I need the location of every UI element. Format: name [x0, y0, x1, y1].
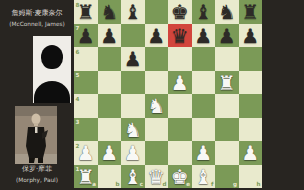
- piece-black-bishop[interactable]: ♝: [121, 0, 145, 24]
- square-f2[interactable]: ♟: [192, 141, 216, 165]
- square-a3[interactable]: 3: [74, 118, 98, 142]
- square-c1[interactable]: c♝: [121, 165, 145, 189]
- square-a1[interactable]: 1a♜: [74, 165, 98, 189]
- square-g8[interactable]: ♞: [215, 0, 239, 24]
- piece-black-knight[interactable]: ♞: [215, 0, 239, 24]
- rank-label-6: 6: [76, 49, 80, 55]
- file-label-g: g: [233, 181, 237, 187]
- square-h5[interactable]: [239, 71, 263, 95]
- square-h6[interactable]: [239, 47, 263, 71]
- square-f3[interactable]: [192, 118, 216, 142]
- square-b4[interactable]: [98, 94, 122, 118]
- square-c7[interactable]: [121, 24, 145, 48]
- square-a8[interactable]: 8♜: [74, 0, 98, 24]
- square-b8[interactable]: ♞: [98, 0, 122, 24]
- piece-white-queen[interactable]: ♛: [145, 165, 169, 189]
- piece-white-rook[interactable]: ♜: [215, 71, 239, 95]
- square-f5[interactable]: [192, 71, 216, 95]
- square-g4[interactable]: [215, 94, 239, 118]
- square-a2[interactable]: 2♟: [74, 141, 98, 165]
- square-g7[interactable]: ♟: [215, 24, 239, 48]
- square-f1[interactable]: f♝: [192, 165, 216, 189]
- square-a6[interactable]: 6: [74, 47, 98, 71]
- square-b3[interactable]: [98, 118, 122, 142]
- file-label-h: h: [257, 181, 261, 187]
- square-d6[interactable]: [145, 47, 169, 71]
- piece-white-bishop[interactable]: ♝: [192, 165, 216, 189]
- piece-black-rook[interactable]: ♜: [239, 0, 263, 24]
- morphy-portrait-image: [15, 106, 57, 164]
- square-f7[interactable]: ♟: [192, 24, 216, 48]
- square-h1[interactable]: h: [239, 165, 263, 189]
- app-window: 詹姆斯·麦康奈尔 (McConnell, James) 保罗·摩菲 (Morph…: [0, 0, 304, 190]
- square-a5[interactable]: 5: [74, 71, 98, 95]
- piece-black-pawn[interactable]: ♟: [145, 24, 169, 48]
- square-a7[interactable]: 7♟: [74, 24, 98, 48]
- piece-white-pawn[interactable]: ♟: [121, 141, 145, 165]
- square-h4[interactable]: [239, 94, 263, 118]
- piece-black-pawn[interactable]: ♟: [239, 24, 263, 48]
- file-label-b: b: [115, 181, 119, 187]
- piece-white-pawn[interactable]: ♟: [192, 141, 216, 165]
- square-d8[interactable]: [145, 0, 169, 24]
- square-c6[interactable]: ♟: [121, 47, 145, 71]
- piece-black-pawn[interactable]: ♟: [74, 24, 98, 48]
- avatar-silhouette-head-icon: [41, 45, 63, 69]
- player-panel: 詹姆斯·麦康奈尔 (McConnell, James) 保罗·摩菲 (Morph…: [0, 0, 74, 190]
- white-player-name-zh: 保罗·摩菲: [0, 165, 74, 174]
- piece-black-pawn[interactable]: ♟: [192, 24, 216, 48]
- square-e3[interactable]: [168, 118, 192, 142]
- square-d4[interactable]: ♞: [145, 94, 169, 118]
- square-e1[interactable]: e♚: [168, 165, 192, 189]
- rank-label-3: 3: [76, 119, 80, 125]
- piece-black-pawn[interactable]: ♟: [121, 47, 145, 71]
- square-h3[interactable]: [239, 118, 263, 142]
- square-d3[interactable]: [145, 118, 169, 142]
- square-g5[interactable]: ♜: [215, 71, 239, 95]
- square-d2[interactable]: [145, 141, 169, 165]
- piece-black-knight[interactable]: ♞: [98, 0, 122, 24]
- square-d5[interactable]: [145, 71, 169, 95]
- square-h7[interactable]: ♟: [239, 24, 263, 48]
- square-f6[interactable]: [192, 47, 216, 71]
- piece-white-king[interactable]: ♚: [168, 165, 192, 189]
- white-player-name-en: (Morphy, Paul): [3, 176, 71, 184]
- piece-black-pawn[interactable]: ♟: [215, 24, 239, 48]
- black-player-avatar: [33, 36, 71, 103]
- square-c8[interactable]: ♝: [121, 0, 145, 24]
- piece-black-king[interactable]: ♚: [168, 0, 192, 24]
- rank-label-4: 4: [76, 96, 80, 102]
- avatar-silhouette-shoulders-icon: [34, 81, 70, 103]
- rank-label-5: 5: [76, 72, 80, 78]
- square-d7[interactable]: ♟: [145, 24, 169, 48]
- chess-board[interactable]: 8♜♞♝♚♝♞♜7♟♟♟♛♟♟♟6♟5♟♜4♞3♞2♟♟♟♟♟1a♜bc♝d♛e…: [74, 0, 262, 188]
- piece-black-pawn[interactable]: ♟: [98, 24, 122, 48]
- piece-white-pawn[interactable]: ♟: [98, 141, 122, 165]
- square-d1[interactable]: d♛: [145, 165, 169, 189]
- square-g1[interactable]: g: [215, 165, 239, 189]
- piece-white-pawn[interactable]: ♟: [74, 141, 98, 165]
- white-player-photo: [15, 106, 57, 164]
- square-e4[interactable]: [168, 94, 192, 118]
- piece-black-queen[interactable]: ♛: [168, 24, 192, 48]
- square-c3[interactable]: ♞: [121, 118, 145, 142]
- square-g3[interactable]: [215, 118, 239, 142]
- square-c4[interactable]: [121, 94, 145, 118]
- square-h8[interactable]: ♜: [239, 0, 263, 24]
- square-g2[interactable]: [215, 141, 239, 165]
- piece-black-bishop[interactable]: ♝: [192, 0, 216, 24]
- square-b7[interactable]: ♟: [98, 24, 122, 48]
- piece-white-pawn[interactable]: ♟: [239, 141, 263, 165]
- square-b2[interactable]: ♟: [98, 141, 122, 165]
- square-h2[interactable]: ♟: [239, 141, 263, 165]
- piece-white-knight[interactable]: ♞: [145, 94, 169, 118]
- piece-white-bishop[interactable]: ♝: [121, 165, 145, 189]
- square-g6[interactable]: [215, 47, 239, 71]
- square-b5[interactable]: [98, 71, 122, 95]
- square-e6[interactable]: [168, 47, 192, 71]
- black-player-name-zh: 詹姆斯·麦康奈尔: [0, 9, 74, 18]
- square-b1[interactable]: b: [98, 165, 122, 189]
- piece-black-rook[interactable]: ♜: [74, 0, 98, 24]
- piece-white-rook[interactable]: ♜: [74, 165, 98, 189]
- square-e2[interactable]: [168, 141, 192, 165]
- black-player-name-en: (McConnell, James): [3, 20, 71, 28]
- square-e5[interactable]: ♟: [168, 71, 192, 95]
- square-f4[interactable]: [192, 94, 216, 118]
- piece-white-knight[interactable]: ♞: [121, 118, 145, 142]
- piece-white-pawn[interactable]: ♟: [168, 71, 192, 95]
- square-b6[interactable]: [98, 47, 122, 71]
- square-a4[interactable]: 4: [74, 94, 98, 118]
- square-c2[interactable]: ♟: [121, 141, 145, 165]
- square-f8[interactable]: ♝: [192, 0, 216, 24]
- square-c5[interactable]: [121, 71, 145, 95]
- square-e7[interactable]: ♛: [168, 24, 192, 48]
- square-e8[interactable]: ♚: [168, 0, 192, 24]
